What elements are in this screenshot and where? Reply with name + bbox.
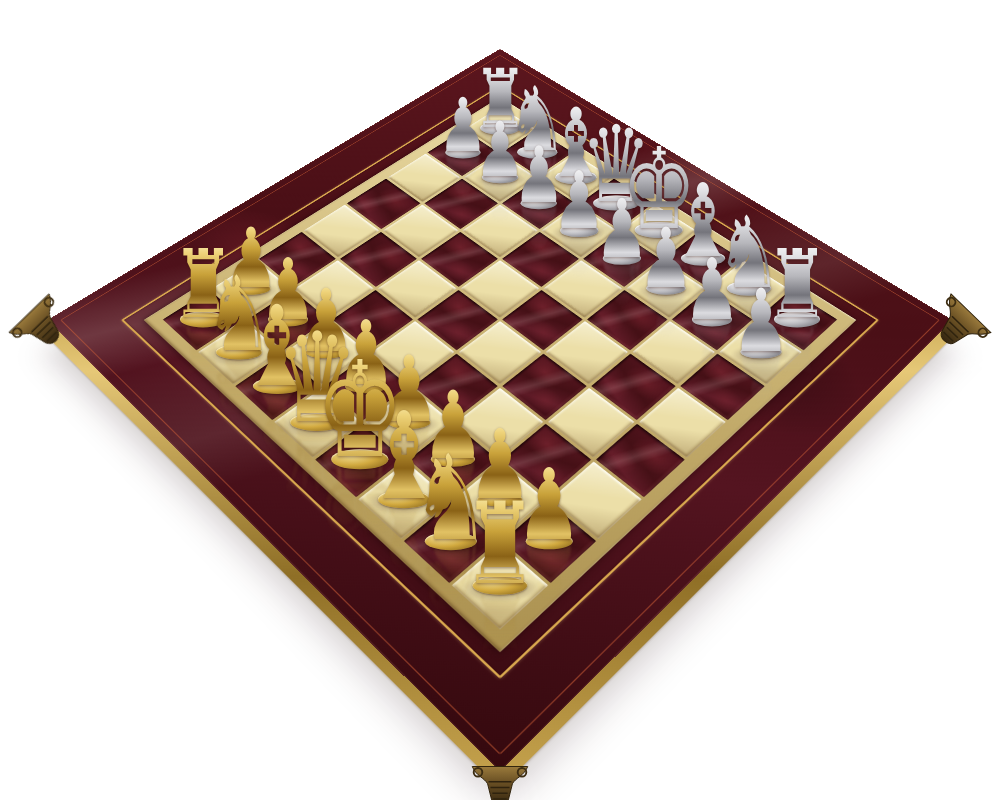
pieces-layer: ♜♜♞♞♝♝♛♛♚♚♝♝♞♞♜♜♟♟♟♟♟♟♟♟♟♟♟♟♟♟♟♟♟♟♟♟♟♟♟♟… bbox=[0, 0, 1000, 800]
piece-white-rook-h1: ♜ bbox=[462, 488, 538, 601]
scene: ♜♜♞♞♝♝♛♛♚♚♝♝♞♞♜♜♟♟♟♟♟♟♟♟♟♟♟♟♟♟♟♟♟♟♟♟♟♟♟♟… bbox=[0, 0, 1000, 800]
piece-black-pawn-h7: ♟ bbox=[732, 277, 790, 364]
